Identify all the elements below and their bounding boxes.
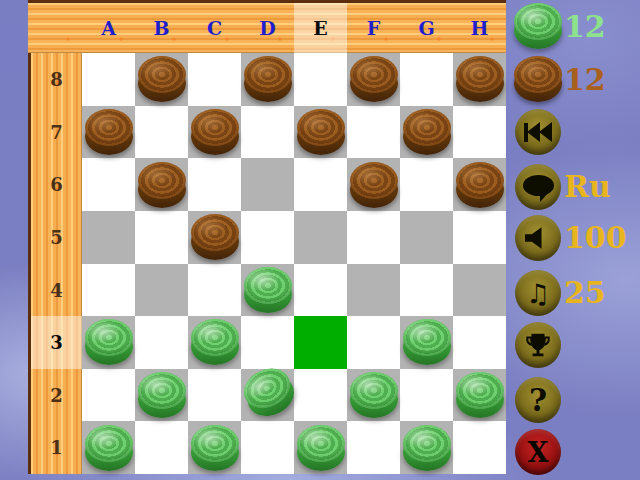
square-d2[interactable] — [241, 369, 294, 422]
checker-green-d2[interactable] — [237, 361, 300, 423]
square-e3[interactable] — [294, 316, 347, 369]
row-label-6: 6 — [31, 174, 82, 195]
checker-brown-c7[interactable] — [191, 109, 239, 155]
speech-bubble-icon — [523, 175, 554, 196]
column-label-f: F — [347, 17, 400, 39]
sound-volume-value: 100 — [564, 218, 640, 258]
music-note-icon: ♫ — [526, 280, 550, 307]
language-button[interactable] — [515, 164, 561, 210]
square-e7[interactable] — [294, 106, 347, 159]
square-d3[interactable] — [241, 316, 294, 369]
checker-brown-f6[interactable] — [350, 162, 398, 208]
checker-green-c3[interactable] — [191, 319, 239, 365]
checker-brown-h8[interactable] — [456, 56, 504, 102]
checker-green-g1[interactable] — [403, 425, 451, 471]
square-c1[interactable] — [188, 421, 241, 474]
square-a6[interactable] — [82, 158, 135, 211]
row-label-5: 5 — [31, 227, 82, 248]
checker-green-b2[interactable] — [138, 372, 186, 418]
square-b4[interactable] — [135, 264, 188, 317]
brown-piece-count: 12 — [564, 60, 640, 100]
sidebar: 12 12 Ru 100 ♫ 25 — [506, 0, 640, 480]
square-f8[interactable] — [347, 53, 400, 106]
square-c2[interactable] — [188, 369, 241, 422]
square-h5[interactable] — [453, 211, 506, 264]
music-volume-value: 25 — [564, 273, 640, 313]
checker-brown-e7[interactable] — [297, 109, 345, 155]
row-label-3: 3 — [31, 332, 82, 353]
square-g7[interactable] — [400, 106, 453, 159]
square-f7[interactable] — [347, 106, 400, 159]
checker-green-f2[interactable] — [350, 372, 398, 418]
square-e5[interactable] — [294, 211, 347, 264]
square-e1[interactable] — [294, 421, 347, 474]
square-b3[interactable] — [135, 316, 188, 369]
square-f3[interactable] — [347, 316, 400, 369]
close-button[interactable]: X — [515, 429, 561, 475]
square-b5[interactable] — [135, 211, 188, 264]
square-d5[interactable] — [241, 211, 294, 264]
square-f2[interactable] — [347, 369, 400, 422]
square-g6[interactable] — [400, 158, 453, 211]
square-h7[interactable] — [453, 106, 506, 159]
square-a3[interactable] — [82, 316, 135, 369]
square-g8[interactable] — [400, 53, 453, 106]
square-g3[interactable] — [400, 316, 453, 369]
square-h4[interactable] — [453, 264, 506, 317]
checker-brown-f8[interactable] — [350, 56, 398, 102]
column-label-g: G — [400, 17, 453, 39]
square-f1[interactable] — [347, 421, 400, 474]
language-label: Ru — [564, 167, 640, 207]
square-h1[interactable] — [453, 421, 506, 474]
square-h6[interactable] — [453, 158, 506, 211]
close-x-icon: X — [528, 439, 549, 466]
checker-top — [514, 56, 562, 93]
square-h3[interactable] — [453, 316, 506, 369]
square-e4[interactable] — [294, 264, 347, 317]
music-volume-button[interactable]: ♫ — [515, 270, 561, 316]
row-label-4: 4 — [31, 280, 82, 301]
column-label-a: A — [82, 17, 135, 39]
trophy-icon — [523, 330, 553, 360]
column-label-d: D — [241, 17, 294, 39]
row-label-7: 7 — [31, 122, 82, 143]
square-a8[interactable] — [82, 53, 135, 106]
square-g1[interactable] — [400, 421, 453, 474]
column-label-e: E — [294, 17, 347, 39]
column-label-h: H — [453, 17, 506, 39]
column-label-b: B — [135, 17, 188, 39]
checker-brown-g7[interactable] — [403, 109, 451, 155]
square-d1[interactable] — [241, 421, 294, 474]
checker-green-g3[interactable] — [403, 319, 451, 365]
square-c3[interactable] — [188, 316, 241, 369]
square-a7[interactable] — [82, 106, 135, 159]
square-e6[interactable] — [294, 158, 347, 211]
checker-brown-a7[interactable] — [85, 109, 133, 155]
trophy-button[interactable] — [515, 322, 561, 368]
row-label-8: 8 — [31, 69, 82, 90]
square-e8[interactable] — [294, 53, 347, 106]
square-b7[interactable] — [135, 106, 188, 159]
checkers-board — [82, 53, 506, 474]
square-g2[interactable] — [400, 369, 453, 422]
speaker-icon — [525, 225, 552, 252]
square-a1[interactable] — [82, 421, 135, 474]
checker-green-a3[interactable] — [85, 319, 133, 365]
checker-top — [514, 3, 562, 40]
square-b2[interactable] — [135, 369, 188, 422]
row-label-2: 2 — [31, 385, 82, 406]
checker-brown-d8[interactable] — [244, 56, 292, 102]
brown-player-piece-icon — [514, 56, 562, 102]
column-label-c: C — [188, 17, 241, 39]
checker-brown-h6[interactable] — [456, 162, 504, 208]
checker-green-a1[interactable] — [85, 425, 133, 471]
help-button[interactable]: ? — [515, 377, 561, 423]
square-b1[interactable] — [135, 421, 188, 474]
checker-brown-b8[interactable] — [138, 56, 186, 102]
checker-green-c1[interactable] — [191, 425, 239, 471]
row-label-1: 1 — [31, 437, 82, 458]
square-b6[interactable] — [135, 158, 188, 211]
square-h8[interactable] — [453, 53, 506, 106]
rewind-button[interactable] — [515, 109, 561, 155]
square-d8[interactable] — [241, 53, 294, 106]
square-a2[interactable] — [82, 369, 135, 422]
checker-brown-b6[interactable] — [138, 162, 186, 208]
square-d7[interactable] — [241, 106, 294, 159]
sound-volume-button[interactable] — [515, 215, 561, 261]
square-a4[interactable] — [82, 264, 135, 317]
square-c4[interactable] — [188, 264, 241, 317]
square-f6[interactable] — [347, 158, 400, 211]
square-g4[interactable] — [400, 264, 453, 317]
square-c5[interactable] — [188, 211, 241, 264]
square-d4[interactable] — [241, 264, 294, 317]
green-piece-count: 12 — [564, 7, 640, 47]
square-b8[interactable] — [135, 53, 188, 106]
square-f5[interactable] — [347, 211, 400, 264]
square-c8[interactable] — [188, 53, 241, 106]
square-f4[interactable] — [347, 264, 400, 317]
checker-brown-c5[interactable] — [191, 214, 239, 260]
square-a5[interactable] — [82, 211, 135, 264]
question-mark-icon: ? — [529, 385, 547, 416]
skip-to-start-icon — [524, 122, 552, 142]
square-c7[interactable] — [188, 106, 241, 159]
checker-green-e1[interactable] — [297, 425, 345, 471]
square-g5[interactable] — [400, 211, 453, 264]
square-h2[interactable] — [453, 369, 506, 422]
square-c6[interactable] — [188, 158, 241, 211]
green-player-piece-icon — [514, 3, 562, 49]
checker-green-h2[interactable] — [456, 372, 504, 418]
checker-green-d4[interactable] — [244, 267, 292, 313]
game-window: ABCDEFGH87654321 12 12 Ru 100 ♫ 25 — [0, 0, 640, 480]
square-d6[interactable] — [241, 158, 294, 211]
square-e2[interactable] — [294, 369, 347, 422]
